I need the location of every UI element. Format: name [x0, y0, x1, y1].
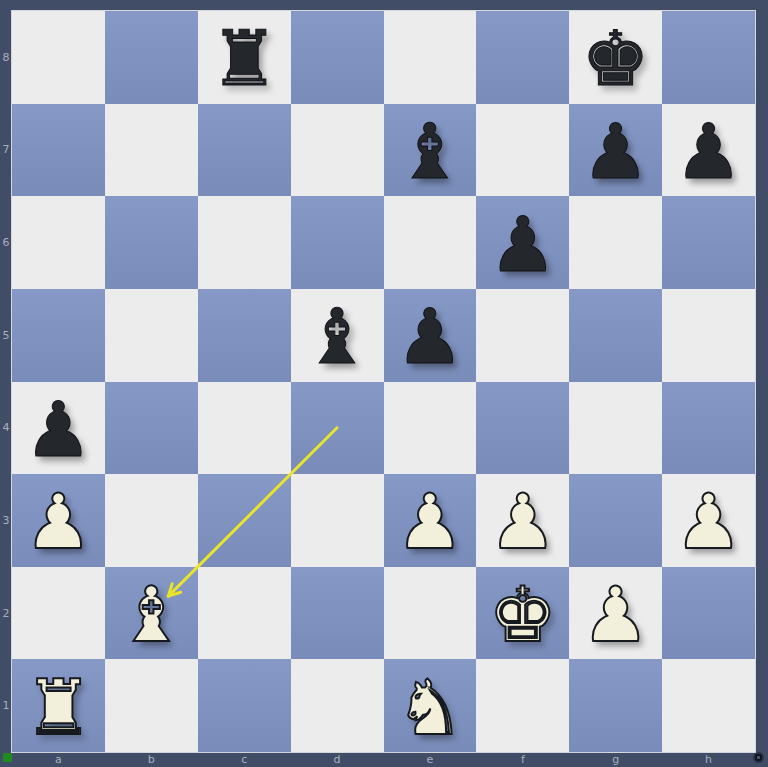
square-e8[interactable] — [384, 11, 477, 104]
square-h4[interactable] — [662, 382, 755, 475]
square-g8[interactable]: ♚ — [569, 11, 662, 104]
square-b5[interactable] — [105, 289, 198, 382]
square-a8[interactable] — [12, 11, 105, 104]
square-d1[interactable] — [291, 659, 384, 752]
square-g4[interactable] — [569, 382, 662, 475]
square-f3[interactable]: ♟ — [476, 474, 569, 567]
square-g1[interactable] — [569, 659, 662, 752]
square-e6[interactable] — [384, 196, 477, 289]
square-b2[interactable]: ♝ — [105, 567, 198, 660]
square-h7[interactable]: ♟ — [662, 104, 755, 197]
file-label-c: c — [198, 752, 291, 767]
square-h2[interactable] — [662, 567, 755, 660]
black-rook-c8[interactable]: ♜ — [210, 21, 278, 97]
square-d6[interactable] — [291, 196, 384, 289]
square-d8[interactable] — [291, 11, 384, 104]
square-b7[interactable] — [105, 104, 198, 197]
square-h5[interactable] — [662, 289, 755, 382]
rank-labels: 87654321 — [0, 11, 12, 752]
square-h8[interactable] — [662, 11, 755, 104]
rank-label-2: 2 — [0, 567, 12, 660]
rank-label-1: 1 — [0, 659, 12, 752]
rank-label-5: 5 — [0, 289, 12, 382]
chess-board[interactable]: ♜♚♝♟♟♟♝♟♟♟♟♟♟♝♚♟♜♞ — [12, 11, 755, 752]
square-a4[interactable]: ♟ — [12, 382, 105, 475]
white-pawn-e3[interactable]: ♟ — [396, 484, 464, 560]
file-label-a: a — [12, 752, 105, 767]
file-label-e: e — [384, 752, 477, 767]
square-b1[interactable] — [105, 659, 198, 752]
square-g6[interactable] — [569, 196, 662, 289]
square-f6[interactable]: ♟ — [476, 196, 569, 289]
square-c5[interactable] — [198, 289, 291, 382]
square-d7[interactable] — [291, 104, 384, 197]
square-f2[interactable]: ♚ — [476, 567, 569, 660]
file-label-b: b — [105, 752, 198, 767]
square-a3[interactable]: ♟ — [12, 474, 105, 567]
square-e3[interactable]: ♟ — [384, 474, 477, 567]
rank-label-6: 6 — [0, 196, 12, 289]
black-pawn-g7[interactable]: ♟ — [582, 114, 650, 190]
square-g5[interactable] — [569, 289, 662, 382]
square-d3[interactable] — [291, 474, 384, 567]
white-rook-a1[interactable]: ♜ — [24, 670, 92, 746]
file-label-h: h — [662, 752, 755, 767]
square-a2[interactable] — [12, 567, 105, 660]
square-e4[interactable] — [384, 382, 477, 475]
file-label-f: f — [476, 752, 569, 767]
square-b8[interactable] — [105, 11, 198, 104]
black-pawn-f6[interactable]: ♟ — [489, 207, 557, 283]
square-b6[interactable] — [105, 196, 198, 289]
square-b4[interactable] — [105, 382, 198, 475]
square-c8[interactable]: ♜ — [198, 11, 291, 104]
white-pawn-g2[interactable]: ♟ — [582, 577, 650, 653]
square-a7[interactable] — [12, 104, 105, 197]
square-c4[interactable] — [198, 382, 291, 475]
square-b3[interactable] — [105, 474, 198, 567]
square-f4[interactable] — [476, 382, 569, 475]
turn-indicator — [3, 753, 12, 762]
black-bishop-d5[interactable]: ♝ — [303, 299, 371, 375]
square-f7[interactable] — [476, 104, 569, 197]
square-e5[interactable]: ♟ — [384, 289, 477, 382]
square-c3[interactable] — [198, 474, 291, 567]
black-king-g8[interactable]: ♚ — [582, 21, 650, 97]
square-a5[interactable] — [12, 289, 105, 382]
square-e7[interactable]: ♝ — [384, 104, 477, 197]
white-king-f2[interactable]: ♚ — [489, 577, 557, 653]
square-f5[interactable] — [476, 289, 569, 382]
square-c7[interactable] — [198, 104, 291, 197]
white-pawn-f3[interactable]: ♟ — [489, 484, 557, 560]
rank-label-7: 7 — [0, 104, 12, 197]
square-c2[interactable] — [198, 567, 291, 660]
square-g2[interactable]: ♟ — [569, 567, 662, 660]
square-a6[interactable] — [12, 196, 105, 289]
square-g7[interactable]: ♟ — [569, 104, 662, 197]
square-e2[interactable] — [384, 567, 477, 660]
file-labels: abcdefgh — [12, 752, 755, 767]
square-c6[interactable] — [198, 196, 291, 289]
square-d4[interactable] — [291, 382, 384, 475]
square-h3[interactable]: ♟ — [662, 474, 755, 567]
white-bishop-b2[interactable]: ♝ — [117, 577, 185, 653]
black-pawn-h7[interactable]: ♟ — [674, 114, 742, 190]
square-a1[interactable]: ♜ — [12, 659, 105, 752]
square-h6[interactable] — [662, 196, 755, 289]
black-pawn-e5[interactable]: ♟ — [396, 299, 464, 375]
file-label-g: g — [569, 752, 662, 767]
square-f1[interactable] — [476, 659, 569, 752]
square-e1[interactable]: ♞ — [384, 659, 477, 752]
white-knight-e1[interactable]: ♞ — [396, 670, 464, 746]
black-pawn-a4[interactable]: ♟ — [24, 392, 92, 468]
rank-label-3: 3 — [0, 474, 12, 567]
file-label-d: d — [291, 752, 384, 767]
square-d2[interactable] — [291, 567, 384, 660]
square-h1[interactable] — [662, 659, 755, 752]
square-f8[interactable] — [476, 11, 569, 104]
white-pawn-h3[interactable]: ♟ — [674, 484, 742, 560]
gear-dot-icon[interactable] — [753, 752, 764, 763]
square-g3[interactable] — [569, 474, 662, 567]
rank-label-4: 4 — [0, 382, 12, 475]
square-c1[interactable] — [198, 659, 291, 752]
square-d5[interactable]: ♝ — [291, 289, 384, 382]
white-pawn-a3[interactable]: ♟ — [24, 484, 92, 560]
black-bishop-e7[interactable]: ♝ — [396, 114, 464, 190]
rank-label-8: 8 — [0, 11, 12, 104]
